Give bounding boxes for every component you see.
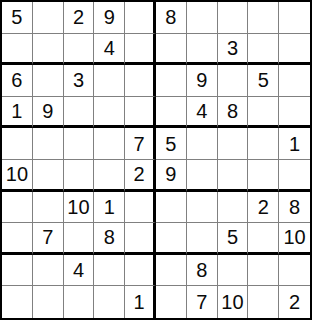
cell-r6c7[interactable] [187,160,218,192]
cell-r5c1[interactable] [2,128,33,160]
cell-r4c3[interactable] [64,97,95,129]
cell-r6c5[interactable]: 2 [125,160,156,192]
cell-r2c9[interactable] [248,34,279,66]
cell-r4c1[interactable]: 1 [2,97,33,129]
cell-r2c3[interactable] [64,34,95,66]
cell-r8c2[interactable]: 7 [33,223,64,255]
cell-r5c7[interactable] [187,128,218,160]
cell-r10c2[interactable] [33,286,64,318]
cell-r8c7[interactable] [187,223,218,255]
cell-r10c8[interactable]: 10 [218,286,249,318]
cell-r6c6[interactable]: 9 [156,160,187,192]
cell-r7c9[interactable]: 2 [248,192,279,224]
cell-r1c9[interactable] [248,2,279,34]
cell-r10c4[interactable] [94,286,125,318]
cell-r8c8[interactable]: 5 [218,223,249,255]
cell-r3c9[interactable]: 5 [248,65,279,97]
cell-r5c8[interactable] [218,128,249,160]
cell-r3c8[interactable] [218,65,249,97]
cell-r8c4[interactable]: 8 [94,223,125,255]
cell-r8c9[interactable] [248,223,279,255]
cell-r2c7[interactable] [187,34,218,66]
cell-r2c1[interactable] [2,34,33,66]
cell-r5c3[interactable] [64,128,95,160]
cell-r9c7[interactable]: 8 [187,255,218,287]
cell-r3c5[interactable] [125,65,156,97]
cell-r6c10[interactable] [279,160,310,192]
cell-r9c9[interactable] [248,255,279,287]
cell-r6c2[interactable] [33,160,64,192]
cell-r6c1[interactable]: 10 [2,160,33,192]
cell-r4c2[interactable]: 9 [33,97,64,129]
cell-r7c8[interactable] [218,192,249,224]
cell-r2c8[interactable]: 3 [218,34,249,66]
cell-r2c6[interactable] [156,34,187,66]
cell-r3c4[interactable] [94,65,125,97]
cell-r2c4[interactable]: 4 [94,34,125,66]
cell-r8c6[interactable] [156,223,187,255]
cell-r6c4[interactable] [94,160,125,192]
cell-r4c7[interactable]: 4 [187,97,218,129]
cell-r5c4[interactable] [94,128,125,160]
cell-r6c9[interactable] [248,160,279,192]
cell-r1c8[interactable] [218,2,249,34]
cell-r5c10[interactable]: 1 [279,128,310,160]
cell-r1c4[interactable]: 9 [94,2,125,34]
cell-r5c5[interactable]: 7 [125,128,156,160]
sudoku-board: 52984363951948751102910128785104817102 [0,0,312,320]
cell-r7c3[interactable]: 10 [64,192,95,224]
cell-r3c7[interactable]: 9 [187,65,218,97]
cell-r1c1[interactable]: 5 [2,2,33,34]
cell-r9c8[interactable] [218,255,249,287]
cell-r2c2[interactable] [33,34,64,66]
cell-r3c6[interactable] [156,65,187,97]
cell-r3c10[interactable] [279,65,310,97]
cell-r3c2[interactable] [33,65,64,97]
cell-r6c8[interactable] [218,160,249,192]
cell-r4c9[interactable] [248,97,279,129]
cell-r2c10[interactable] [279,34,310,66]
cell-r9c5[interactable] [125,255,156,287]
cell-r1c2[interactable] [33,2,64,34]
cell-r10c9[interactable] [248,286,279,318]
cell-r4c8[interactable]: 8 [218,97,249,129]
cell-r10c10[interactable]: 2 [279,286,310,318]
cell-r10c3[interactable] [64,286,95,318]
cell-r8c1[interactable] [2,223,33,255]
cell-r9c6[interactable] [156,255,187,287]
cell-r4c4[interactable] [94,97,125,129]
cell-r7c5[interactable] [125,192,156,224]
cell-r9c10[interactable] [279,255,310,287]
cell-r10c7[interactable]: 7 [187,286,218,318]
cell-r9c3[interactable]: 4 [64,255,95,287]
cell-r7c7[interactable] [187,192,218,224]
cell-r7c1[interactable] [2,192,33,224]
cell-r1c7[interactable] [187,2,218,34]
cell-r10c5[interactable]: 1 [125,286,156,318]
cell-r7c4[interactable]: 1 [94,192,125,224]
cell-r8c10[interactable]: 10 [279,223,310,255]
cell-r6c3[interactable] [64,160,95,192]
cell-r1c5[interactable] [125,2,156,34]
cell-r7c6[interactable] [156,192,187,224]
cell-r4c5[interactable] [125,97,156,129]
cell-r1c10[interactable] [279,2,310,34]
cell-r5c6[interactable]: 5 [156,128,187,160]
cell-r4c10[interactable] [279,97,310,129]
cell-r9c2[interactable] [33,255,64,287]
cell-r3c1[interactable]: 6 [2,65,33,97]
cell-r7c2[interactable] [33,192,64,224]
cell-r10c1[interactable] [2,286,33,318]
cell-r8c3[interactable] [64,223,95,255]
cell-r3c3[interactable]: 3 [64,65,95,97]
cell-r10c6[interactable] [156,286,187,318]
cell-r5c9[interactable] [248,128,279,160]
cell-r2c5[interactable] [125,34,156,66]
cell-r7c10[interactable]: 8 [279,192,310,224]
cell-r4c6[interactable] [156,97,187,129]
cell-r5c2[interactable] [33,128,64,160]
cell-r9c1[interactable] [2,255,33,287]
cell-r9c4[interactable] [94,255,125,287]
cell-r1c3[interactable]: 2 [64,2,95,34]
cell-r8c5[interactable] [125,223,156,255]
cell-r1c6[interactable]: 8 [156,2,187,34]
